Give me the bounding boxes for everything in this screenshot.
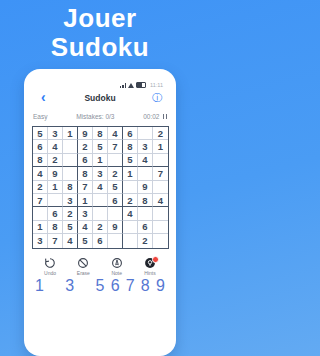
numpad-digit-7[interactable]: 7 xyxy=(123,277,138,295)
sudoku-cell[interactable]: 1 xyxy=(78,194,93,207)
sudoku-cell[interactable] xyxy=(108,207,123,220)
sudoku-cell[interactable]: 3 xyxy=(138,140,153,153)
sudoku-cell[interactable] xyxy=(123,234,138,247)
battery-icon xyxy=(136,82,146,88)
sudoku-cell[interactable]: 8 xyxy=(123,140,138,153)
hero-title-line1: Jouer xyxy=(0,4,200,33)
undo-button[interactable]: Undo xyxy=(38,257,62,276)
info-icon[interactable]: ⓘ xyxy=(152,92,162,104)
erase-label: Erase xyxy=(77,270,90,276)
sudoku-cell[interactable]: 9 xyxy=(108,221,123,234)
status-bar: 11:11 xyxy=(120,82,163,88)
sudoku-cell[interactable]: 2 xyxy=(63,207,78,220)
numpad: 1356789 xyxy=(32,277,168,295)
sudoku-cell[interactable] xyxy=(63,154,78,167)
sudoku-cell[interactable] xyxy=(138,127,153,140)
sudoku-cell[interactable]: 5 xyxy=(78,234,93,247)
numpad-digit-1[interactable]: 1 xyxy=(32,277,47,295)
wifi-icon xyxy=(128,83,134,88)
sudoku-cell[interactable]: 2 xyxy=(153,127,168,140)
erase-button[interactable]: Erase xyxy=(71,257,95,276)
sudoku-cell[interactable]: 4 xyxy=(123,207,138,220)
sudoku-cell[interactable]: 2 xyxy=(108,167,123,180)
sudoku-cell[interactable] xyxy=(93,207,108,220)
sudoku-cell[interactable]: 8 xyxy=(138,194,153,207)
sudoku-cell[interactable] xyxy=(108,154,123,167)
sudoku-cell[interactable]: 5 xyxy=(33,127,48,140)
numpad-digit-8[interactable]: 8 xyxy=(138,277,153,295)
sudoku-cell[interactable] xyxy=(48,194,63,207)
sudoku-cell[interactable]: 4 xyxy=(93,181,108,194)
sudoku-cell[interactable]: 3 xyxy=(33,234,48,247)
sudoku-cell[interactable]: 6 xyxy=(138,221,153,234)
hints-badge xyxy=(152,256,159,263)
hero-title-line2: Sudoku xyxy=(0,33,200,62)
sudoku-cell[interactable]: 1 xyxy=(123,167,138,180)
undo-icon xyxy=(44,257,56,269)
sudoku-cell[interactable]: 9 xyxy=(138,181,153,194)
sudoku-cell[interactable] xyxy=(153,234,168,247)
sudoku-cell[interactable]: 4 xyxy=(33,167,48,180)
undo-label: Undo xyxy=(44,270,56,276)
status-time: 11:11 xyxy=(150,82,163,88)
numpad-digit-5[interactable]: 5 xyxy=(92,277,107,295)
sudoku-cell[interactable] xyxy=(153,154,168,167)
hints-button[interactable]: Hints xyxy=(138,257,162,276)
sudoku-cell[interactable]: 3 xyxy=(93,167,108,180)
sudoku-cell[interactable] xyxy=(123,181,138,194)
sudoku-cell[interactable]: 8 xyxy=(63,181,78,194)
sudoku-cell[interactable] xyxy=(138,207,153,220)
sudoku-cell[interactable]: 5 xyxy=(108,181,123,194)
timer: 00:02 xyxy=(143,113,159,120)
phone-mockup: 11:11 ‹ Sudoku ⓘ Easy Mistakes: 0/3 00:0… xyxy=(24,69,176,356)
sudoku-grid: 5319846264257831826154498321721874597316… xyxy=(32,126,169,249)
signal-icon xyxy=(120,83,127,88)
sudoku-cell[interactable]: 6 xyxy=(93,234,108,247)
sudoku-cell[interactable]: 2 xyxy=(78,140,93,153)
sudoku-cell[interactable]: 5 xyxy=(93,140,108,153)
sudoku-cell[interactable]: 4 xyxy=(153,194,168,207)
numpad-empty-slot xyxy=(77,277,92,295)
sudoku-cell[interactable]: 8 xyxy=(93,127,108,140)
note-button[interactable]: Note xyxy=(105,257,129,276)
sudoku-cell[interactable]: 6 xyxy=(48,207,63,220)
sudoku-cell[interactable]: 6 xyxy=(123,127,138,140)
sudoku-cell[interactable]: 4 xyxy=(108,127,123,140)
sudoku-cell[interactable] xyxy=(153,181,168,194)
sudoku-cell[interactable]: 1 xyxy=(48,181,63,194)
numpad-digit-6[interactable]: 6 xyxy=(108,277,123,295)
sudoku-cell[interactable]: 2 xyxy=(123,194,138,207)
game-meta-row: Easy Mistakes: 0/3 00:02 xyxy=(33,113,167,120)
sudoku-cell[interactable]: 9 xyxy=(78,127,93,140)
sudoku-cell[interactable]: 8 xyxy=(78,167,93,180)
note-icon xyxy=(111,257,123,269)
sudoku-cell[interactable]: 6 xyxy=(33,140,48,153)
nav-bar: ‹ Sudoku ⓘ xyxy=(24,91,176,105)
sudoku-cell[interactable]: 3 xyxy=(63,194,78,207)
erase-icon xyxy=(77,257,89,269)
sudoku-cell[interactable] xyxy=(153,221,168,234)
note-label: Note xyxy=(111,270,122,276)
sudoku-cell[interactable]: 4 xyxy=(78,221,93,234)
sudoku-cell[interactable]: 4 xyxy=(63,234,78,247)
sudoku-cell[interactable]: 2 xyxy=(93,221,108,234)
hero-title: Jouer Sudoku xyxy=(0,4,200,62)
sudoku-cell[interactable] xyxy=(63,167,78,180)
sudoku-cell[interactable]: 4 xyxy=(138,154,153,167)
sudoku-cell[interactable]: 8 xyxy=(33,154,48,167)
mistakes-counter: Mistakes: 0/3 xyxy=(76,113,114,120)
sudoku-cell[interactable]: 2 xyxy=(138,234,153,247)
sudoku-cell[interactable]: 4 xyxy=(48,140,63,153)
sudoku-cell[interactable]: 7 xyxy=(33,194,48,207)
pause-icon[interactable] xyxy=(163,114,168,119)
numpad-digit-9[interactable]: 9 xyxy=(153,277,168,295)
sudoku-cell[interactable]: 3 xyxy=(48,127,63,140)
numpad-empty-slot xyxy=(47,277,62,295)
sudoku-cell[interactable]: 1 xyxy=(93,154,108,167)
sudoku-cell[interactable] xyxy=(33,207,48,220)
sudoku-cell[interactable]: 6 xyxy=(108,194,123,207)
sudoku-cell[interactable]: 9 xyxy=(48,167,63,180)
sudoku-cell[interactable] xyxy=(123,221,138,234)
sudoku-cell[interactable]: 1 xyxy=(153,140,168,153)
sudoku-cell[interactable]: 7 xyxy=(153,167,168,180)
sudoku-cell[interactable]: 2 xyxy=(48,154,63,167)
sudoku-cell[interactable]: 8 xyxy=(48,221,63,234)
sudoku-cell[interactable]: 1 xyxy=(33,221,48,234)
hints-label: Hints xyxy=(144,270,155,276)
sudoku-cell[interactable] xyxy=(138,167,153,180)
sudoku-cell[interactable]: 7 xyxy=(48,234,63,247)
sudoku-cell[interactable]: 5 xyxy=(63,221,78,234)
sudoku-cell[interactable] xyxy=(63,140,78,153)
sudoku-cell[interactable]: 5 xyxy=(123,154,138,167)
sudoku-cell[interactable] xyxy=(108,234,123,247)
sudoku-cell[interactable]: 6 xyxy=(78,154,93,167)
difficulty-label[interactable]: Easy xyxy=(33,113,47,120)
sudoku-cell[interactable]: 7 xyxy=(78,181,93,194)
toolbar: Undo Erase Note Hints xyxy=(38,257,162,276)
sudoku-cell[interactable]: 1 xyxy=(63,127,78,140)
sudoku-cell[interactable]: 7 xyxy=(108,140,123,153)
sudoku-cell[interactable] xyxy=(153,207,168,220)
sudoku-cell[interactable] xyxy=(93,194,108,207)
sudoku-cell[interactable]: 3 xyxy=(78,207,93,220)
numpad-digit-3[interactable]: 3 xyxy=(62,277,77,295)
sudoku-cell[interactable]: 2 xyxy=(33,181,48,194)
